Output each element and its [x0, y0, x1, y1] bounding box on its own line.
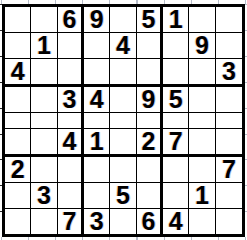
cell-r8c8[interactable]: 1 — [189, 183, 215, 209]
cell-r1c9[interactable] — [216, 7, 242, 33]
cell-r6c9[interactable] — [216, 129, 242, 157]
cell-r6c4[interactable]: 1 — [84, 129, 110, 157]
cell-r4c9[interactable] — [216, 87, 242, 113]
cell-r9c9[interactable] — [216, 209, 242, 234]
cell-r6c3[interactable]: 4 — [58, 129, 84, 157]
cell-r6c2[interactable] — [31, 129, 57, 157]
cell-r1c6[interactable]: 5 — [137, 7, 163, 33]
cell-r6c6[interactable]: 2 — [137, 129, 163, 157]
cell-r8c7[interactable] — [163, 183, 189, 209]
cell-r2c1[interactable] — [5, 33, 31, 59]
cell-r1c4[interactable]: 9 — [84, 7, 110, 33]
cell-r4c5[interactable] — [110, 87, 136, 113]
cell-r3c4[interactable] — [84, 59, 110, 87]
cell-r9c1[interactable] — [5, 209, 31, 234]
cell-r8c6[interactable] — [137, 183, 163, 209]
cell-r7c6[interactable] — [137, 157, 163, 183]
cell-r4c4[interactable]: 4 — [84, 87, 110, 113]
cell-r4c3[interactable]: 3 — [58, 87, 84, 113]
cell-r4c8[interactable] — [189, 87, 215, 113]
cell-r3c6[interactable] — [137, 59, 163, 87]
cell-r2c3[interactable] — [58, 33, 84, 59]
cell-r9c8[interactable] — [189, 209, 215, 234]
cell-r9c7[interactable]: 4 — [163, 209, 189, 234]
cell-r7c3[interactable] — [58, 157, 84, 183]
cell-r8c9[interactable] — [216, 183, 242, 209]
cell-r4c6[interactable]: 9 — [137, 87, 163, 113]
cell-r9c4[interactable]: 3 — [84, 209, 110, 234]
cell-r7c1[interactable]: 2 — [5, 157, 31, 183]
cell-r1c1[interactable] — [5, 7, 31, 33]
cell-r2c7[interactable] — [163, 33, 189, 59]
cell-r2c6[interactable] — [137, 33, 163, 59]
cell-r5c1[interactable] — [5, 113, 31, 129]
cell-r7c2[interactable] — [31, 157, 57, 183]
cell-r8c2[interactable]: 3 — [31, 183, 57, 209]
cell-r5c5[interactable] — [110, 113, 136, 129]
cell-r3c1[interactable]: 4 — [5, 59, 31, 87]
cell-r8c1[interactable] — [5, 183, 31, 209]
cell-r9c5[interactable] — [110, 209, 136, 234]
cell-r8c5[interactable]: 5 — [110, 183, 136, 209]
cell-r4c1[interactable] — [5, 87, 31, 113]
cell-r3c8[interactable] — [189, 59, 215, 87]
cell-r3c5[interactable] — [110, 59, 136, 87]
cell-r3c9[interactable]: 3 — [216, 59, 242, 87]
cell-r8c4[interactable] — [84, 183, 110, 209]
cell-r6c5[interactable] — [110, 129, 136, 157]
sudoku-board: 69511494334954127273517364 — [2, 4, 245, 237]
cell-r9c6[interactable]: 6 — [137, 209, 163, 234]
cell-r3c7[interactable] — [163, 59, 189, 87]
cell-r4c2[interactable] — [31, 87, 57, 113]
cell-r9c2[interactable] — [31, 209, 57, 234]
cell-r5c2[interactable] — [31, 113, 57, 129]
cell-r4c7[interactable]: 5 — [163, 87, 189, 113]
cell-r9c3[interactable]: 7 — [58, 209, 84, 234]
cell-r8c3[interactable] — [58, 183, 84, 209]
cell-r7c4[interactable] — [84, 157, 110, 183]
cell-r5c9[interactable] — [216, 113, 242, 129]
cell-r1c3[interactable]: 6 — [58, 7, 84, 33]
cell-r7c5[interactable] — [110, 157, 136, 183]
cell-r1c5[interactable] — [110, 7, 136, 33]
cell-r2c2[interactable]: 1 — [31, 33, 57, 59]
cell-r1c2[interactable] — [31, 7, 57, 33]
cell-r1c8[interactable] — [189, 7, 215, 33]
cell-r5c8[interactable] — [189, 113, 215, 129]
cell-r2c9[interactable] — [216, 33, 242, 59]
sudoku-screenshot: { "game": "sudoku", "position": "..69.51… — [0, 0, 247, 240]
cell-r2c4[interactable] — [84, 33, 110, 59]
cell-r3c2[interactable] — [31, 59, 57, 87]
cell-r3c3[interactable] — [58, 59, 84, 87]
cell-r1c7[interactable]: 1 — [163, 7, 189, 33]
cell-r7c9[interactable]: 7 — [216, 157, 242, 183]
cell-r6c1[interactable] — [5, 129, 31, 157]
cell-r2c5[interactable]: 4 — [110, 33, 136, 59]
cell-r6c7[interactable]: 7 — [163, 129, 189, 157]
cell-r7c7[interactable] — [163, 157, 189, 183]
cell-r7c8[interactable] — [189, 157, 215, 183]
cell-r2c8[interactable]: 9 — [189, 33, 215, 59]
margin-gridline-ticks-right — [245, 4, 247, 237]
cell-r6c8[interactable] — [189, 129, 215, 157]
